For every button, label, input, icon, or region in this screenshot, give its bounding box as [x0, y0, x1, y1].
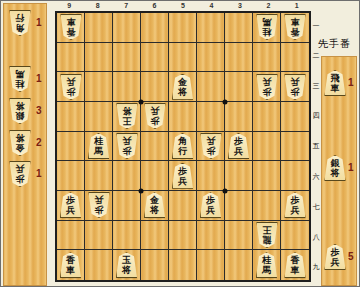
board-cell[interactable]: 香 車 — [57, 250, 85, 280]
rank-label: 六 — [311, 172, 321, 182]
gote-piece[interactable]: 歩 兵 — [256, 74, 278, 100]
board-cell[interactable] — [113, 161, 141, 191]
board-cell[interactable] — [281, 132, 309, 162]
sente-piece[interactable]: 桂 馬 — [88, 133, 110, 159]
gote-piece[interactable]: 歩 兵 — [116, 133, 138, 159]
rank-label: 八 — [311, 232, 321, 242]
gote-piece[interactable]: 香 車 — [284, 14, 306, 40]
board-cell[interactable]: 歩 兵 — [281, 72, 309, 102]
file-coordinate-labels: 987654321 — [55, 2, 311, 10]
board-cell[interactable] — [141, 250, 169, 280]
rank-label: 九 — [311, 262, 321, 272]
board-cell[interactable] — [113, 191, 141, 221]
board-cell[interactable] — [141, 13, 169, 43]
board-cell[interactable] — [57, 43, 85, 73]
file-label: 9 — [55, 2, 83, 10]
board-cell[interactable] — [253, 102, 281, 132]
sente-piece[interactable]: 歩 兵 — [228, 133, 250, 159]
board-cell[interactable] — [113, 43, 141, 73]
sente-piece[interactable]: 角 行 — [172, 133, 194, 159]
board-cell[interactable] — [253, 161, 281, 191]
gote-hand-piece[interactable]: 歩 兵 — [9, 161, 31, 187]
file-label: 1 — [283, 2, 311, 10]
hand-piece-count: 5 — [348, 251, 354, 262]
board-cell[interactable] — [197, 221, 225, 251]
board-cell[interactable]: 歩 兵 — [169, 161, 197, 191]
board-cell[interactable] — [141, 43, 169, 73]
board-cell[interactable] — [169, 102, 197, 132]
rank-label: 二 — [311, 51, 321, 61]
board-cell[interactable]: 歩 兵 — [113, 132, 141, 162]
sente-hand-piece[interactable]: 飛 車 — [324, 70, 346, 96]
file-label: 6 — [140, 2, 168, 10]
sente-piece[interactable]: 歩 兵 — [60, 192, 82, 218]
board-cell[interactable] — [85, 161, 113, 191]
hand-piece-count: 1 — [348, 162, 354, 173]
board-cell[interactable] — [57, 132, 85, 162]
sente-hand-piece[interactable]: 銀 将 — [324, 155, 346, 181]
board-cell[interactable]: 香 車 — [57, 13, 85, 43]
board-cell[interactable]: 金 将 — [141, 191, 169, 221]
sente-hand-piece[interactable]: 歩 兵 — [324, 244, 346, 270]
board-cell[interactable] — [113, 13, 141, 43]
board-cell[interactable] — [281, 102, 309, 132]
gote-piece[interactable]: 桂 馬 — [256, 14, 278, 40]
board-cell[interactable] — [197, 102, 225, 132]
file-label: 8 — [83, 2, 111, 10]
board-cell[interactable] — [113, 221, 141, 251]
board-cell[interactable] — [141, 132, 169, 162]
board-cell[interactable] — [225, 43, 253, 73]
board-cell[interactable]: 歩 兵 — [57, 191, 85, 221]
rank-label: 四 — [311, 111, 321, 121]
gote-piece[interactable]: 香 車 — [60, 14, 82, 40]
board-cell[interactable]: 香 車 — [281, 250, 309, 280]
sente-piece[interactable]: 歩 兵 — [284, 192, 306, 218]
rank-label: 五 — [311, 141, 321, 151]
turn-indicator: 先手番 — [318, 37, 360, 51]
rank-label: 七 — [311, 202, 321, 212]
gote-piece[interactable]: 歩 兵 — [144, 103, 166, 129]
board-cell[interactable] — [225, 250, 253, 280]
board-cell[interactable] — [57, 161, 85, 191]
gote-piece[interactable]: 王 将 — [116, 103, 138, 129]
board-cell[interactable] — [225, 191, 253, 221]
board-cell[interactable] — [169, 13, 197, 43]
sente-piece[interactable]: 桂 馬 — [256, 252, 278, 278]
gote-piece[interactable]: 歩 兵 — [60, 74, 82, 100]
rank-label: 一 — [311, 21, 321, 31]
sente-captured-pieces-stand: 飛 車1銀 将1歩 兵5 — [321, 56, 357, 286]
board-cell[interactable] — [253, 191, 281, 221]
board-cell[interactable] — [253, 132, 281, 162]
board-cell[interactable] — [169, 250, 197, 280]
board-cell[interactable] — [85, 72, 113, 102]
board-cell[interactable] — [85, 102, 113, 132]
board-cell[interactable] — [253, 43, 281, 73]
rank-label: 三 — [311, 81, 321, 91]
sente-piece[interactable]: 歩 兵 — [172, 163, 194, 189]
board-cell[interactable] — [57, 102, 85, 132]
board-cell[interactable] — [197, 250, 225, 280]
sente-piece[interactable]: 玉 将 — [116, 252, 138, 278]
board-cell[interactable] — [85, 43, 113, 73]
board-cell[interactable]: 香 車 — [281, 13, 309, 43]
hand-piece-count: 2 — [36, 137, 42, 148]
gote-piece[interactable]: 歩 兵 — [284, 74, 306, 100]
file-label: 2 — [254, 2, 282, 10]
board-cell[interactable]: 龍 王 — [253, 221, 281, 251]
board-cell[interactable] — [85, 13, 113, 43]
gote-captured-pieces-stand: 角 行1桂 馬1銀 将3金 将2歩 兵1 — [3, 3, 47, 286]
board-cell[interactable] — [85, 221, 113, 251]
board-cell[interactable]: 歩 兵 — [197, 191, 225, 221]
gote-piece[interactable]: 歩 兵 — [88, 192, 110, 218]
board-cell[interactable] — [281, 161, 309, 191]
hoshi-point — [139, 100, 144, 105]
board-cell[interactable] — [197, 72, 225, 102]
board-cell[interactable] — [225, 221, 253, 251]
gote-hand-piece[interactable]: 銀 将 — [9, 98, 31, 124]
board-cell[interactable] — [141, 72, 169, 102]
gote-piece[interactable]: 歩 兵 — [200, 133, 222, 159]
board-cell[interactable] — [197, 13, 225, 43]
sente-piece[interactable]: 歩 兵 — [200, 192, 222, 218]
sente-piece[interactable]: 香 車 — [60, 252, 82, 278]
board-cell[interactable] — [141, 161, 169, 191]
board-cell[interactable] — [113, 72, 141, 102]
board-cell[interactable] — [197, 161, 225, 191]
board-cell[interactable]: 歩 兵 — [281, 191, 309, 221]
rank-coordinate-labels: 一二三四五六七八九 — [311, 11, 321, 282]
board-cell[interactable]: 玉 将 — [113, 250, 141, 280]
board-cell[interactable] — [281, 43, 309, 73]
sente-piece[interactable]: 金 将 — [172, 74, 194, 100]
board-cell[interactable]: 歩 兵 — [225, 132, 253, 162]
board-cell[interactable]: 王 将 — [113, 102, 141, 132]
board-cell[interactable]: 桂 馬 — [253, 13, 281, 43]
board-cell[interactable]: 歩 兵 — [253, 72, 281, 102]
hand-piece-count: 3 — [36, 105, 42, 116]
board-cell[interactable] — [169, 221, 197, 251]
board-cell[interactable] — [225, 102, 253, 132]
board-cell[interactable]: 桂 馬 — [85, 132, 113, 162]
gote-hand-piece[interactable]: 金 将 — [9, 130, 31, 156]
hand-piece-count: 1 — [348, 77, 354, 88]
shogi-board[interactable]: 香 車桂 馬香 車歩 兵金 将歩 兵歩 兵王 将歩 兵桂 馬歩 兵角 行歩 兵歩… — [55, 11, 311, 282]
board-cell[interactable]: 歩 兵 — [197, 132, 225, 162]
board-cell[interactable] — [169, 191, 197, 221]
sente-piece[interactable]: 香 車 — [284, 252, 306, 278]
board-cell[interactable] — [225, 161, 253, 191]
board-cell[interactable]: 金 将 — [169, 72, 197, 102]
file-label: 7 — [112, 2, 140, 10]
board-cell[interactable]: 歩 兵 — [57, 72, 85, 102]
file-label: 4 — [197, 2, 225, 10]
hoshi-point — [223, 100, 228, 105]
board-cell[interactable]: 歩 兵 — [141, 102, 169, 132]
board-cell[interactable] — [141, 221, 169, 251]
board-cell[interactable] — [169, 43, 197, 73]
gote-hand-piece[interactable]: 角 行 — [9, 10, 31, 36]
hand-piece-count: 1 — [36, 168, 42, 179]
board-cell[interactable]: 歩 兵 — [85, 191, 113, 221]
board-cell[interactable] — [225, 72, 253, 102]
gote-hand-piece[interactable]: 桂 馬 — [9, 66, 31, 92]
hoshi-point — [223, 189, 228, 194]
hand-piece-count: 1 — [36, 73, 42, 84]
board-cell[interactable] — [85, 250, 113, 280]
board-cell[interactable] — [57, 221, 85, 251]
sente-piece[interactable]: 金 将 — [144, 192, 166, 218]
file-label: 3 — [226, 2, 254, 10]
board-cell[interactable] — [225, 13, 253, 43]
board-cell[interactable] — [197, 43, 225, 73]
file-label: 5 — [169, 2, 197, 10]
gote-piece[interactable]: 龍 王 — [256, 222, 278, 248]
shogi-app-window: 角 行1桂 馬1銀 将3金 将2歩 兵1 987654321 一二三四五六七八九… — [0, 0, 360, 287]
board-cell[interactable]: 角 行 — [169, 132, 197, 162]
hand-piece-count: 1 — [36, 17, 42, 28]
board-cell[interactable] — [281, 221, 309, 251]
hoshi-point — [139, 189, 144, 194]
board-cell[interactable]: 桂 馬 — [253, 250, 281, 280]
